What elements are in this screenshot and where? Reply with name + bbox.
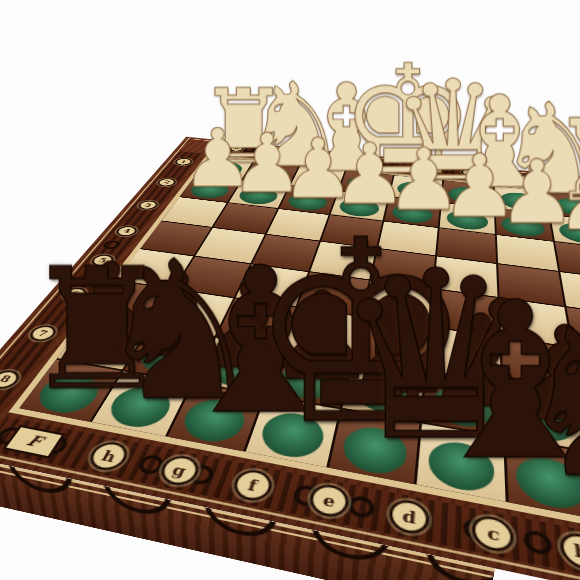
piece-black-knight-b8[interactable]: ♞ xyxy=(509,300,580,499)
product-photo-canvas: hgfedcba Fhgfedcba 12345678 12345678 ♜♞♝… xyxy=(0,0,580,580)
piece-black-bishop-f8[interactable]: ♝ xyxy=(169,249,248,434)
piece-black-bishop-c8[interactable]: ♝ xyxy=(418,283,503,482)
chess-board: hgfedcba Fhgfedcba 12345678 12345678 ♜♞♝… xyxy=(0,137,580,580)
scene: hgfedcba Fhgfedcba 12345678 12345678 ♜♞♝… xyxy=(0,0,580,580)
piece-black-queen-d8[interactable]: ♛ xyxy=(331,251,414,466)
piece-black-rook-h8[interactable]: ♜ xyxy=(22,252,98,406)
piece-black-knight-g8[interactable]: ♞ xyxy=(94,244,171,420)
square-b8[interactable]: ♞ xyxy=(505,438,580,520)
piece-black-king-e8[interactable]: ♚ xyxy=(248,217,329,449)
